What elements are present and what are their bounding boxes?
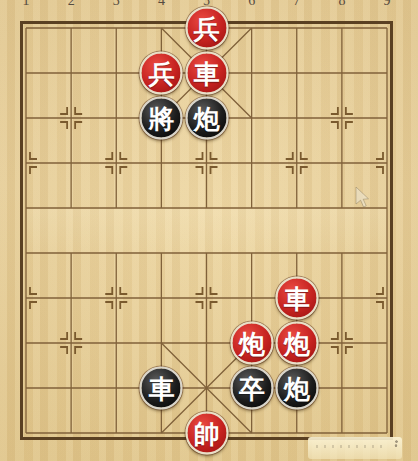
piece-character: 卒 <box>239 375 265 401</box>
piece-character: 車 <box>194 60 220 86</box>
pieces-layer: 兵兵車將炮車炮炮車卒炮帥 <box>0 0 418 461</box>
watermark-smudge-texture <box>316 445 386 448</box>
piece-character: 兵 <box>148 60 174 86</box>
piece-red-cannon-2[interactable]: 炮 <box>275 322 318 365</box>
watermark-smudge-mark <box>394 440 399 448</box>
piece-character: 將 <box>148 105 174 131</box>
piece-character: 炮 <box>239 330 265 356</box>
piece-character: 炮 <box>194 105 220 131</box>
piece-black-general[interactable]: 將 <box>140 97 183 140</box>
piece-red-cannon-1[interactable]: 炮 <box>230 322 273 365</box>
piece-black-cannon-2[interactable]: 炮 <box>275 367 318 410</box>
piece-red-soldier-2[interactable]: 兵 <box>140 52 183 95</box>
piece-character: 炮 <box>284 375 310 401</box>
piece-red-soldier-1[interactable]: 兵 <box>185 7 228 50</box>
piece-black-chariot[interactable]: 車 <box>140 367 183 410</box>
piece-character: 車 <box>284 285 310 311</box>
piece-character: 車 <box>148 375 174 401</box>
piece-character: 炮 <box>284 330 310 356</box>
piece-character: 帥 <box>194 420 220 446</box>
piece-red-chariot-1[interactable]: 車 <box>185 52 228 95</box>
xiangqi-board[interactable]: 123456789 兵兵車將炮車炮炮車卒炮帥 <box>0 0 418 461</box>
piece-red-chariot-2[interactable]: 車 <box>275 277 318 320</box>
mouse-cursor-icon <box>355 187 371 209</box>
piece-red-general[interactable]: 帥 <box>185 412 228 455</box>
piece-black-cannon-1[interactable]: 炮 <box>185 97 228 140</box>
watermark-smudge <box>308 437 402 459</box>
piece-black-soldier[interactable]: 卒 <box>230 367 273 410</box>
piece-character: 兵 <box>194 15 220 41</box>
